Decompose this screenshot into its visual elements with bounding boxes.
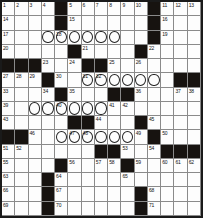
clue-number: 12	[175, 2, 180, 8]
grid-cell[interactable]	[174, 102, 187, 116]
clue-number: 34	[43, 88, 48, 94]
grid-cell[interactable]	[121, 16, 134, 30]
black-square	[135, 45, 148, 59]
grid-cell[interactable]	[68, 202, 81, 216]
grid-cell[interactable]: 61	[174, 159, 187, 173]
grid-cell[interactable]	[188, 31, 201, 45]
grid-cell[interactable]	[174, 130, 187, 144]
clue-number: 30	[56, 73, 61, 79]
grid-cell[interactable]	[121, 130, 134, 144]
clue-number: 5	[69, 2, 72, 8]
grid-cell[interactable]	[121, 116, 134, 130]
clue-number: 33	[3, 88, 8, 94]
clue-number: 50	[162, 130, 167, 136]
grid-cell[interactable]	[161, 187, 174, 201]
grid-cell[interactable]	[188, 16, 201, 30]
grid-cell[interactable]	[68, 73, 81, 87]
grid-cell[interactable]: 65	[121, 173, 134, 187]
grid-cell[interactable]: 3	[29, 2, 42, 16]
grid-cell[interactable]	[42, 130, 55, 144]
black-square	[121, 88, 134, 102]
grid-cell[interactable]: 7	[95, 2, 108, 16]
grid-cell[interactable]	[108, 173, 121, 187]
grid-cell[interactable]: 50	[161, 130, 174, 144]
grid-cell[interactable]	[42, 116, 55, 130]
grid-cell[interactable]: 30	[55, 73, 68, 87]
grid-cell[interactable]: 39	[2, 102, 15, 116]
clue-number: 7	[96, 2, 99, 8]
black-square	[42, 202, 55, 216]
grid-cell[interactable]	[161, 45, 174, 59]
grid-cell[interactable]: 6	[82, 2, 95, 16]
grid-cell[interactable]	[95, 16, 108, 30]
clue-number: 3	[30, 2, 33, 8]
grid-cell[interactable]	[161, 59, 174, 73]
grid-cell[interactable]	[135, 102, 148, 116]
grid-cell[interactable]: 62	[188, 159, 201, 173]
grid-cell[interactable]	[42, 16, 55, 30]
black-square	[95, 145, 108, 159]
grid-cell[interactable]: 10	[135, 2, 148, 16]
clue-number: 28	[16, 73, 21, 79]
clue-number: 25	[109, 59, 114, 65]
grid-cell[interactable]	[121, 73, 134, 87]
grid-cell[interactable]: 41	[108, 102, 121, 116]
black-square	[55, 2, 68, 16]
clue-number: 43	[3, 116, 8, 122]
grid-cell[interactable]	[135, 16, 148, 30]
black-square	[29, 59, 42, 73]
grid-cell[interactable]	[15, 102, 28, 116]
clue-number: 36	[136, 88, 141, 94]
grid-cell[interactable]	[95, 88, 108, 102]
grid-cell[interactable]	[121, 187, 134, 201]
black-square	[135, 202, 148, 216]
black-square	[42, 173, 55, 187]
black-square	[188, 73, 201, 87]
grid-cell[interactable]	[95, 187, 108, 201]
clue-number: 64	[56, 173, 61, 179]
clue-number: 20	[3, 45, 8, 51]
grid-cell[interactable]: 59	[135, 159, 148, 173]
grid-cell[interactable]: 26	[135, 59, 148, 73]
clue-number: 49	[136, 130, 141, 136]
grid-cell[interactable]	[15, 202, 28, 216]
clue-number: 19	[162, 31, 167, 37]
black-square	[15, 59, 28, 73]
black-square	[68, 116, 81, 130]
grid-cell[interactable]	[174, 173, 187, 187]
grid-cell[interactable]	[121, 31, 134, 45]
grid-cell[interactable]	[15, 116, 28, 130]
black-square	[15, 130, 28, 144]
grid-cell[interactable]	[29, 116, 42, 130]
grid-cell[interactable]: 24	[68, 59, 81, 73]
grid-cell[interactable]	[161, 173, 174, 187]
grid-cell[interactable]: 8	[108, 2, 121, 16]
clue-number: 4	[43, 2, 46, 8]
grid-cell[interactable]	[121, 45, 134, 59]
grid-cell[interactable]	[15, 173, 28, 187]
clue-number: 39	[3, 102, 8, 108]
black-square	[2, 130, 15, 144]
clue-number: 69	[3, 202, 8, 208]
grid-cell[interactable]	[135, 73, 148, 87]
crossword-grid: 1234567891011121314151617181920212223242…	[0, 0, 203, 218]
black-square	[108, 88, 121, 102]
letter-circle	[109, 31, 120, 43]
clue-number: 44	[96, 116, 101, 122]
grid-cell[interactable]	[108, 45, 121, 59]
clue-number: 40	[56, 102, 61, 108]
clue-number: 52	[16, 145, 21, 151]
letter-circle	[95, 102, 106, 114]
clue-number: 63	[3, 173, 8, 179]
letter-circle	[122, 131, 133, 143]
grid-cell[interactable]	[29, 202, 42, 216]
grid-cell[interactable]: 64	[55, 173, 68, 187]
grid-cell[interactable]	[82, 173, 95, 187]
grid-cell[interactable]	[161, 73, 174, 87]
grid-cell[interactable]: 19	[161, 31, 174, 45]
grid-cell[interactable]: 20	[2, 45, 15, 59]
grid-cell[interactable]	[188, 173, 201, 187]
grid-cell[interactable]: 12	[174, 2, 187, 16]
grid-cell[interactable]: 37	[174, 88, 187, 102]
clue-number: 17	[3, 31, 8, 37]
grid-cell[interactable]	[82, 31, 95, 45]
letter-circle	[42, 102, 53, 114]
crossword-puzzle: 1234567891011121314151617181920212223242…	[0, 0, 203, 218]
grid-cell[interactable]: 40	[55, 102, 68, 116]
grid-cell[interactable]	[95, 102, 108, 116]
grid-cell[interactable]: 45	[148, 116, 161, 130]
grid-cell[interactable]	[188, 116, 201, 130]
clue-number: 61	[175, 159, 180, 165]
grid-cell[interactable]	[55, 145, 68, 159]
grid-cell[interactable]: 29	[29, 73, 42, 87]
clue-number: 71	[149, 202, 154, 208]
clue-number: 9	[122, 2, 125, 8]
grid-cell[interactable]: 46	[29, 130, 42, 144]
clue-number: 56	[69, 159, 74, 165]
grid-cell[interactable]: 43	[2, 116, 15, 130]
grid-cell[interactable]	[55, 116, 68, 130]
grid-cell[interactable]	[174, 202, 187, 216]
grid-cell[interactable]	[161, 202, 174, 216]
grid-cell[interactable]	[108, 202, 121, 216]
grid-cell[interactable]: 60	[161, 159, 174, 173]
grid-cell[interactable]	[29, 31, 42, 45]
grid-cell[interactable]	[161, 102, 174, 116]
grid-cell[interactable]	[95, 31, 108, 45]
grid-cell[interactable]: 33	[2, 88, 15, 102]
grid-cell[interactable]	[15, 16, 28, 30]
grid-cell[interactable]	[15, 31, 28, 45]
clue-number: 47	[69, 130, 74, 136]
grid-cell[interactable]: 53	[121, 145, 134, 159]
clue-number: 62	[189, 159, 194, 165]
grid-cell[interactable]	[15, 88, 28, 102]
clue-number: 26	[136, 59, 141, 65]
black-square	[121, 159, 134, 173]
grid-cell[interactable]: 2	[15, 2, 28, 16]
letter-circle	[82, 31, 93, 43]
grid-cell[interactable]	[42, 102, 55, 116]
grid-cell[interactable]	[42, 31, 55, 45]
clue-number: 11	[162, 2, 167, 8]
grid-cell[interactable]: 55	[2, 159, 15, 173]
clue-number: 29	[30, 73, 35, 79]
grid-cell[interactable]: 42	[121, 102, 134, 116]
clue-number: 6	[83, 2, 86, 8]
letter-circle	[69, 31, 80, 43]
clue-number: 65	[122, 173, 127, 179]
grid-cell[interactable]	[55, 45, 68, 59]
grid-cell[interactable]	[29, 145, 42, 159]
black-square	[108, 145, 121, 159]
grid-cell[interactable]	[29, 16, 42, 30]
clue-number: 14	[3, 16, 8, 22]
grid-cell[interactable]: 36	[135, 88, 148, 102]
clue-number: 57	[96, 159, 101, 165]
clue-number: 13	[189, 2, 194, 8]
black-square	[2, 59, 15, 73]
grid-cell[interactable]: 4	[42, 2, 55, 16]
clue-number: 31	[83, 73, 88, 79]
letter-circle	[109, 74, 120, 86]
clue-number: 24	[69, 59, 74, 65]
grid-cell[interactable]	[135, 173, 148, 187]
grid-cell[interactable]: 21	[82, 45, 95, 59]
grid-cell[interactable]	[82, 145, 95, 159]
grid-cell[interactable]	[108, 73, 121, 87]
grid-cell[interactable]	[135, 145, 148, 159]
grid-cell[interactable]: 1	[2, 2, 15, 16]
black-square	[55, 159, 68, 173]
black-square	[42, 73, 55, 87]
grid-cell[interactable]	[161, 116, 174, 130]
clue-number: 54	[149, 145, 154, 151]
grid-cell[interactable]	[29, 187, 42, 201]
letter-circle	[56, 131, 67, 143]
grid-cell[interactable]: 51	[2, 145, 15, 159]
clue-number: 67	[56, 187, 61, 193]
grid-cell[interactable]	[68, 102, 81, 116]
grid-cell[interactable]: 67	[55, 187, 68, 201]
grid-cell[interactable]	[148, 173, 161, 187]
grid-cell[interactable]: 58	[108, 159, 121, 173]
grid-cell[interactable]	[148, 88, 161, 102]
grid-cell[interactable]	[161, 88, 174, 102]
grid-cell[interactable]	[29, 159, 42, 173]
grid-cell[interactable]: 63	[2, 173, 15, 187]
clue-number: 41	[109, 102, 114, 108]
clue-number: 16	[162, 16, 167, 22]
grid-cell[interactable]: 56	[68, 159, 81, 173]
grid-cell[interactable]	[68, 173, 81, 187]
letter-circle	[95, 131, 106, 143]
grid-cell[interactable]	[95, 45, 108, 59]
grid-cell[interactable]	[121, 59, 134, 73]
grid-cell[interactable]: 49	[135, 130, 148, 144]
grid-cell[interactable]: 32	[95, 73, 108, 87]
black-square	[55, 88, 68, 102]
black-square	[82, 116, 95, 130]
grid-cell[interactable]	[68, 187, 81, 201]
grid-cell[interactable]: 47	[68, 130, 81, 144]
grid-cell[interactable]	[95, 202, 108, 216]
grid-cell[interactable]	[82, 16, 95, 30]
grid-cell[interactable]: 13	[188, 2, 201, 16]
grid-cell[interactable]: 22	[148, 45, 161, 59]
grid-cell[interactable]	[148, 159, 161, 173]
black-square	[161, 145, 174, 159]
grid-cell[interactable]	[121, 202, 134, 216]
letter-circle	[148, 74, 159, 86]
grid-cell[interactable]: 23	[42, 59, 55, 73]
grid-cell[interactable]	[188, 45, 201, 59]
clue-number: 22	[149, 45, 154, 51]
grid-cell[interactable]	[174, 116, 187, 130]
grid-cell[interactable]	[188, 187, 201, 201]
grid-cell[interactable]	[82, 187, 95, 201]
black-square	[188, 145, 201, 159]
grid-cell[interactable]	[82, 202, 95, 216]
grid-cell[interactable]: 71	[148, 202, 161, 216]
clue-number: 32	[96, 73, 101, 79]
grid-cell[interactable]	[68, 145, 81, 159]
grid-cell[interactable]	[55, 130, 68, 144]
clue-number: 8	[109, 2, 112, 8]
grid-cell[interactable]	[148, 59, 161, 73]
grid-cell[interactable]	[68, 31, 81, 45]
clue-number: 70	[56, 202, 61, 208]
grid-cell[interactable]	[82, 102, 95, 116]
grid-cell[interactable]	[174, 45, 187, 59]
grid-cell[interactable]	[135, 31, 148, 45]
letter-circle	[109, 131, 120, 143]
grid-cell[interactable]	[29, 102, 42, 116]
grid-cell[interactable]: 9	[121, 2, 134, 16]
grid-cell[interactable]	[95, 173, 108, 187]
grid-cell[interactable]: 38	[188, 88, 201, 102]
grid-cell[interactable]	[174, 59, 187, 73]
grid-cell[interactable]: 15	[68, 16, 81, 30]
grid-cell[interactable]: 5	[68, 2, 81, 16]
grid-cell[interactable]: 35	[68, 88, 81, 102]
grid-cell[interactable]: 57	[95, 159, 108, 173]
grid-cell[interactable]	[82, 88, 95, 102]
grid-cell[interactable]	[108, 130, 121, 144]
grid-cell[interactable]	[108, 187, 121, 201]
grid-cell[interactable]	[29, 45, 42, 59]
clue-number: 18	[56, 31, 61, 37]
clue-number: 35	[69, 88, 74, 94]
grid-cell[interactable]	[42, 145, 55, 159]
grid-cell[interactable]	[148, 102, 161, 116]
clue-number: 38	[189, 88, 194, 94]
grid-cell[interactable]: 68	[148, 187, 161, 201]
grid-cell[interactable]	[29, 88, 42, 102]
black-square	[174, 145, 187, 159]
letter-circle	[69, 102, 80, 114]
black-square	[42, 187, 55, 201]
grid-cell[interactable]	[15, 45, 28, 59]
grid-cell[interactable]: 70	[55, 202, 68, 216]
black-square	[148, 2, 161, 16]
grid-cell[interactable]: 14	[2, 16, 15, 30]
grid-cell[interactable]	[55, 59, 68, 73]
grid-cell[interactable]	[42, 45, 55, 59]
black-square	[148, 130, 161, 144]
grid-cell[interactable]	[174, 187, 187, 201]
letter-circle	[82, 102, 93, 114]
grid-cell[interactable]	[29, 173, 42, 187]
grid-cell[interactable]: 31	[82, 73, 95, 87]
grid-cell[interactable]	[188, 59, 201, 73]
grid-cell[interactable]	[188, 202, 201, 216]
grid-cell[interactable]	[108, 31, 121, 45]
grid-cell[interactable]	[82, 159, 95, 173]
grid-cell[interactable]	[42, 159, 55, 173]
grid-cell[interactable]	[188, 102, 201, 116]
grid-cell[interactable]: 34	[42, 88, 55, 102]
clue-number: 27	[3, 73, 8, 79]
grid-cell[interactable]: 69	[2, 202, 15, 216]
clue-number: 53	[122, 145, 127, 151]
grid-cell[interactable]	[174, 16, 187, 30]
grid-cell[interactable]	[188, 130, 201, 144]
black-square	[148, 16, 161, 30]
black-square	[82, 59, 95, 73]
clue-number: 58	[109, 159, 114, 165]
clue-number: 66	[3, 187, 8, 193]
black-square	[174, 73, 187, 87]
grid-cell[interactable]: 66	[2, 187, 15, 201]
grid-cell[interactable]	[174, 31, 187, 45]
grid-cell[interactable]: 28	[15, 73, 28, 87]
clue-number: 10	[136, 2, 141, 8]
grid-cell[interactable]: 25	[108, 59, 121, 73]
grid-cell[interactable]: 44	[95, 116, 108, 130]
clue-number: 23	[43, 59, 48, 65]
clue-number: 37	[175, 88, 180, 94]
grid-cell[interactable]	[108, 116, 121, 130]
grid-cell[interactable]: 11	[161, 2, 174, 16]
clue-number: 42	[122, 102, 127, 108]
grid-cell[interactable]	[108, 16, 121, 30]
grid-cell[interactable]	[15, 187, 28, 201]
grid-cell[interactable]	[148, 73, 161, 87]
black-square	[68, 45, 81, 59]
grid-cell[interactable]: 48	[82, 130, 95, 144]
clue-number: 2	[16, 2, 19, 8]
letter-circle	[29, 102, 40, 114]
grid-cell[interactable]: 16	[161, 16, 174, 30]
grid-cell[interactable]: 54	[148, 145, 161, 159]
letter-circle	[135, 74, 146, 86]
grid-cell[interactable]: 17	[2, 31, 15, 45]
black-square	[55, 16, 68, 30]
grid-cell[interactable]	[95, 130, 108, 144]
grid-cell[interactable]: 52	[15, 145, 28, 159]
grid-cell[interactable]: 18	[55, 31, 68, 45]
grid-cell[interactable]: 27	[2, 73, 15, 87]
clue-number: 51	[3, 145, 8, 151]
letter-circle	[95, 31, 106, 43]
grid-cell[interactable]	[15, 159, 28, 173]
